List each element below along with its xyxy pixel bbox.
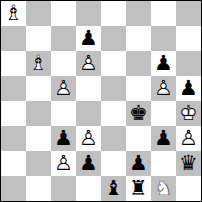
square-f6[interactable] [126,51,151,76]
square-d1[interactable] [76,176,101,201]
piece-white-pawn: ♟♙ [51,76,76,101]
square-a1[interactable] [1,176,26,201]
square-c8[interactable] [51,1,76,26]
square-e2[interactable] [101,151,126,176]
square-c4[interactable] [51,101,76,126]
square-h3[interactable]: ♟♙ [176,126,201,151]
square-h8[interactable] [176,1,201,26]
square-h4[interactable]: ♚♔ [176,101,201,126]
piece-black-bishop: ♝ [101,176,126,201]
square-g4[interactable] [151,101,176,126]
square-b5[interactable] [26,76,51,101]
square-g6[interactable]: ♟ [151,51,176,76]
square-h6[interactable] [176,51,201,76]
square-a2[interactable] [1,151,26,176]
piece-black-pawn: ♟ [51,126,76,151]
square-g1[interactable]: ♞♘ [151,176,176,201]
square-c1[interactable] [51,176,76,201]
piece-black-pawn: ♟ [176,76,201,101]
square-b6[interactable]: ♝♗ [26,51,51,76]
piece-black-rook: ♜ [126,176,151,201]
square-f3[interactable] [126,126,151,151]
piece-black-pawn: ♟ [76,26,101,51]
square-b4[interactable] [26,101,51,126]
square-c7[interactable] [51,26,76,51]
square-h5[interactable]: ♟ [176,76,201,101]
piece-white-pawn: ♟♙ [76,51,101,76]
piece-white-pawn: ♟♙ [176,126,201,151]
piece-white-pawn: ♟♙ [151,76,176,101]
square-f2[interactable]: ♟ [126,151,151,176]
square-g8[interactable] [151,1,176,26]
square-e6[interactable] [101,51,126,76]
square-d4[interactable] [76,101,101,126]
square-a7[interactable] [1,26,26,51]
square-e1[interactable]: ♝ [101,176,126,201]
square-g7[interactable] [151,26,176,51]
square-b8[interactable] [26,1,51,26]
square-g2[interactable] [151,151,176,176]
square-d3[interactable]: ♟♙ [76,126,101,151]
square-d7[interactable]: ♟ [76,26,101,51]
piece-black-pawn: ♟ [76,151,101,176]
square-g5[interactable]: ♟♙ [151,76,176,101]
piece-black-pawn: ♟ [126,151,151,176]
square-h2[interactable]: ♛ [176,151,201,176]
square-f8[interactable] [126,1,151,26]
square-e4[interactable] [101,101,126,126]
piece-black-pawn: ♟ [151,126,176,151]
piece-black-queen: ♛ [176,151,201,176]
piece-white-pawn: ♟♙ [51,151,76,176]
square-c6[interactable] [51,51,76,76]
square-c2[interactable]: ♟♙ [51,151,76,176]
square-h7[interactable] [176,26,201,51]
square-a3[interactable] [1,126,26,151]
piece-black-king: ♚ [126,101,151,126]
square-f7[interactable] [126,26,151,51]
square-e5[interactable] [101,76,126,101]
square-a4[interactable] [1,101,26,126]
square-b3[interactable] [26,126,51,151]
chess-board: ♝♗♟♝♗♟♙♟♟♙♟♙♟♚♚♔♟♟♙♟♟♙♟♙♟♟♛♝♜♞♘ [0,0,202,202]
square-f5[interactable] [126,76,151,101]
square-f4[interactable]: ♚ [126,101,151,126]
square-h1[interactable] [176,176,201,201]
square-b7[interactable] [26,26,51,51]
square-d6[interactable]: ♟♙ [76,51,101,76]
piece-white-bishop: ♝♗ [26,51,51,76]
piece-black-pawn: ♟ [151,51,176,76]
square-c5[interactable]: ♟♙ [51,76,76,101]
square-a6[interactable] [1,51,26,76]
square-c3[interactable]: ♟ [51,126,76,151]
square-d5[interactable] [76,76,101,101]
square-a8[interactable]: ♝♗ [1,1,26,26]
square-b1[interactable] [26,176,51,201]
square-d8[interactable] [76,1,101,26]
square-g3[interactable]: ♟ [151,126,176,151]
square-d2[interactable]: ♟ [76,151,101,176]
piece-white-bishop: ♝♗ [1,1,26,26]
square-f1[interactable]: ♜ [126,176,151,201]
square-e8[interactable] [101,1,126,26]
square-e7[interactable] [101,26,126,51]
square-e3[interactable] [101,126,126,151]
square-a5[interactable] [1,76,26,101]
piece-white-king: ♚♔ [176,101,201,126]
square-b2[interactable] [26,151,51,176]
piece-white-knight: ♞♘ [151,176,176,201]
piece-white-pawn: ♟♙ [76,126,101,151]
